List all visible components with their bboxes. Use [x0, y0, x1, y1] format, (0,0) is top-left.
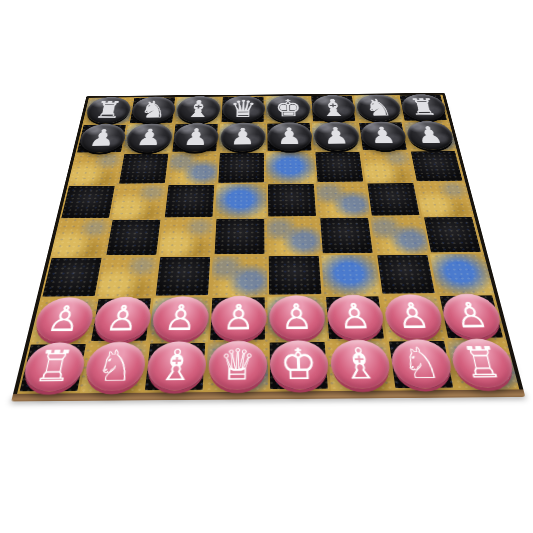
piece-glyph: ♙ — [104, 301, 141, 337]
square-b1[interactable]: ♘ — [80, 343, 149, 393]
square-e4[interactable] — [267, 218, 322, 256]
square-b8[interactable]: ♞ — [128, 97, 177, 124]
piece-glyph: ♘ — [93, 344, 136, 387]
piece-glyph: ♛ — [229, 97, 256, 121]
piece-white-knight[interactable]: ♘ — [82, 341, 147, 390]
piece-glyph: ♟ — [182, 126, 209, 149]
square-e6[interactable] — [266, 152, 316, 184]
piece-white-pawn[interactable]: ♙ — [31, 297, 96, 342]
piece-white-rook[interactable]: ♖ — [448, 338, 517, 387]
square-d8[interactable]: ♛ — [220, 96, 266, 123]
piece-black-pawn[interactable]: ♟ — [404, 121, 455, 150]
piece-black-pawn[interactable]: ♟ — [313, 121, 360, 150]
square-d7[interactable]: ♟ — [218, 123, 266, 153]
piece-black-rook[interactable]: ♜ — [399, 94, 448, 121]
piece-black-knight[interactable]: ♞ — [355, 94, 402, 121]
piece-glyph: ♔ — [280, 343, 318, 386]
piece-white-pawn[interactable]: ♙ — [91, 296, 153, 341]
piece-white-king[interactable]: ♔ — [269, 340, 329, 389]
piece-black-rook[interactable]: ♜ — [84, 97, 132, 124]
square-e7[interactable]: ♟ — [266, 123, 314, 153]
piece-white-pawn[interactable]: ♙ — [210, 295, 267, 340]
square-c1[interactable]: ♗ — [143, 342, 208, 392]
square-f1[interactable]: ♗ — [327, 341, 393, 391]
piece-black-king[interactable]: ♚ — [267, 95, 311, 122]
square-f4[interactable] — [319, 217, 376, 255]
square-b2[interactable]: ♙ — [89, 298, 154, 344]
square-b4[interactable] — [104, 219, 163, 257]
piece-glyph: ♙ — [337, 299, 372, 334]
square-e5[interactable] — [266, 183, 318, 218]
square-g3[interactable] — [375, 254, 437, 295]
piece-glyph: ♚ — [275, 97, 303, 121]
piece-black-knight[interactable]: ♞ — [130, 96, 177, 123]
square-g4[interactable] — [370, 217, 429, 255]
square-a8[interactable]: ♜ — [82, 97, 133, 124]
piece-glyph: ♝ — [184, 97, 213, 121]
piece-glyph: ♙ — [222, 300, 254, 336]
square-b6[interactable] — [117, 153, 170, 185]
square-h7[interactable]: ♟ — [404, 122, 457, 152]
piece-black-pawn[interactable]: ♟ — [77, 123, 128, 152]
square-g2[interactable]: ♙ — [381, 295, 447, 341]
square-a2[interactable]: ♙ — [29, 298, 97, 344]
square-e3[interactable] — [267, 255, 324, 296]
square-d4[interactable] — [213, 218, 267, 256]
piece-white-pawn[interactable]: ♙ — [150, 296, 209, 341]
square-c8[interactable]: ♝ — [174, 97, 221, 124]
photo-scene: ♜♞♝♛♚♝♞♜♟♟♟♟♟♟♟♟♙♙♙♙♙♙♙♙♖♘♗♕♔♗♘♖ — [0, 0, 533, 533]
square-e1[interactable]: ♔ — [268, 341, 331, 391]
square-d3[interactable] — [211, 256, 268, 298]
square-a5[interactable] — [59, 185, 117, 220]
piece-glyph: ♟ — [368, 124, 397, 147]
square-h1[interactable]: ♖ — [447, 340, 520, 390]
piece-black-pawn[interactable]: ♟ — [220, 122, 265, 151]
piece-glyph: ♘ — [399, 342, 443, 385]
piece-white-pawn[interactable]: ♙ — [325, 294, 385, 339]
piece-white-rook[interactable]: ♖ — [19, 342, 88, 391]
piece-glyph: ♖ — [459, 341, 505, 384]
square-g7[interactable]: ♟ — [358, 122, 410, 152]
square-g6[interactable] — [362, 151, 416, 183]
square-f3[interactable] — [321, 255, 381, 296]
square-g5[interactable] — [366, 183, 422, 218]
piece-glyph: ♟ — [230, 125, 256, 148]
piece-glyph: ♟ — [414, 124, 444, 147]
square-f7[interactable]: ♟ — [312, 122, 362, 152]
piece-glyph: ♜ — [407, 95, 439, 119]
piece-glyph: ♞ — [363, 96, 394, 120]
square-a7[interactable]: ♟ — [75, 124, 128, 154]
piece-glyph: ♟ — [322, 124, 350, 147]
piece-glyph: ♝ — [319, 96, 348, 120]
chess-board: ♜♞♝♛♚♝♞♜♟♟♟♟♟♟♟♟♙♙♙♙♙♙♙♙♖♘♗♕♔♗♘♖ — [12, 93, 524, 397]
piece-glyph: ♙ — [280, 299, 313, 334]
piece-black-pawn[interactable]: ♟ — [172, 123, 219, 152]
piece-glyph: ♙ — [451, 298, 490, 333]
square-f8[interactable]: ♝ — [310, 95, 358, 122]
piece-black-bishop[interactable]: ♝ — [311, 95, 357, 122]
square-c3[interactable] — [154, 256, 213, 298]
square-g8[interactable]: ♞ — [354, 95, 404, 122]
square-h3[interactable] — [430, 254, 495, 295]
piece-glyph: ♖ — [31, 345, 77, 388]
square-h6[interactable] — [409, 151, 465, 183]
piece-glyph: ♞ — [138, 98, 168, 122]
piece-black-pawn[interactable]: ♟ — [359, 121, 408, 150]
square-d5[interactable] — [215, 184, 267, 219]
square-d1[interactable]: ♕ — [205, 342, 268, 392]
square-c5[interactable] — [163, 184, 217, 219]
piece-glyph: ♗ — [156, 344, 196, 387]
square-b7[interactable]: ♟ — [123, 124, 174, 154]
square-d2[interactable]: ♙ — [208, 297, 268, 343]
square-f5[interactable] — [316, 183, 370, 218]
square-h5[interactable] — [416, 182, 475, 217]
square-a4[interactable] — [50, 220, 111, 258]
piece-glyph: ♜ — [92, 98, 124, 122]
square-c4[interactable] — [159, 219, 215, 257]
square-b5[interactable] — [111, 185, 167, 220]
piece-white-bishop[interactable]: ♗ — [144, 341, 206, 390]
piece-glyph: ♟ — [87, 126, 117, 149]
square-c7[interactable]: ♟ — [171, 124, 220, 154]
piece-glyph: ♙ — [44, 301, 83, 337]
square-h8[interactable]: ♜ — [398, 95, 449, 122]
piece-glyph: ♙ — [163, 300, 197, 336]
square-a3[interactable] — [40, 257, 104, 299]
piece-glyph: ♟ — [135, 126, 164, 149]
piece-glyph: ♟ — [276, 125, 302, 148]
square-b3[interactable] — [97, 257, 159, 299]
square-h2[interactable]: ♙ — [438, 295, 507, 341]
square-c6[interactable] — [167, 153, 218, 185]
piece-black-pawn[interactable]: ♟ — [124, 123, 173, 152]
piece-white-queen[interactable]: ♕ — [207, 340, 267, 389]
piece-glyph: ♙ — [394, 298, 431, 333]
piece-white-pawn[interactable]: ♙ — [382, 294, 445, 339]
square-a1[interactable]: ♖ — [17, 343, 89, 393]
piece-glyph: ♗ — [340, 342, 381, 385]
board-perspective-wrapper: ♜♞♝♛♚♝♞♜♟♟♟♟♟♟♟♟♙♙♙♙♙♙♙♙♖♘♗♕♔♗♘♖ — [8, 0, 524, 397]
square-f2[interactable]: ♙ — [324, 296, 387, 342]
square-f6[interactable] — [314, 151, 366, 183]
piece-white-knight[interactable]: ♘ — [388, 339, 454, 388]
piece-glyph: ♕ — [218, 343, 255, 386]
piece-white-bishop[interactable]: ♗ — [329, 339, 392, 388]
square-e2[interactable]: ♙ — [267, 296, 327, 342]
square-c2[interactable]: ♙ — [148, 297, 210, 343]
square-e8[interactable]: ♚ — [266, 96, 312, 123]
piece-white-pawn[interactable]: ♙ — [439, 293, 504, 338]
square-h4[interactable] — [422, 216, 484, 254]
square-d6[interactable] — [217, 152, 267, 184]
piece-black-bishop[interactable]: ♝ — [175, 96, 220, 123]
square-a6[interactable] — [68, 154, 123, 186]
piece-black-queen[interactable]: ♛ — [221, 95, 265, 122]
piece-white-pawn[interactable]: ♙ — [269, 295, 326, 340]
piece-black-pawn[interactable]: ♟ — [267, 122, 313, 151]
square-g1[interactable]: ♘ — [387, 340, 456, 390]
